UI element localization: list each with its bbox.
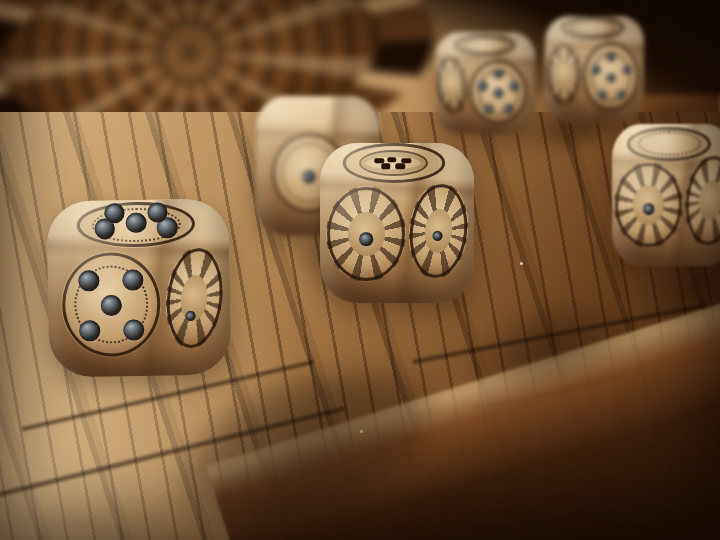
die-1-right-face — [161, 244, 228, 351]
die-5-left-face — [547, 44, 581, 105]
die-5[interactable] — [545, 16, 644, 122]
pip — [402, 158, 411, 164]
pip — [510, 82, 520, 92]
die-1[interactable] — [46, 198, 231, 377]
pip — [79, 320, 100, 341]
die-6-top-face — [627, 127, 712, 161]
pip — [100, 295, 121, 316]
pip — [504, 104, 514, 114]
pip — [387, 157, 396, 163]
die-1-top-face — [76, 201, 197, 249]
die-3-front-face — [326, 186, 406, 282]
pip — [591, 66, 600, 75]
dust-speck — [520, 262, 523, 265]
pip — [616, 90, 625, 99]
die-3-top-face — [342, 143, 447, 183]
die-3[interactable] — [320, 143, 474, 303]
pip — [478, 82, 488, 92]
pip — [494, 89, 504, 99]
die-6-right-face — [681, 153, 720, 249]
die-4-left-face — [434, 55, 469, 115]
die-3-right-face — [404, 180, 472, 282]
pip — [359, 232, 373, 246]
die-4-top-face — [454, 34, 515, 56]
die-6[interactable] — [612, 124, 720, 266]
pip — [643, 203, 655, 215]
pip — [123, 320, 144, 341]
pip — [185, 310, 196, 321]
pip — [607, 73, 616, 82]
pip — [381, 163, 390, 169]
pip — [622, 66, 631, 75]
die-4-front-face — [469, 60, 528, 125]
pip — [494, 69, 504, 79]
die-4[interactable] — [436, 32, 535, 134]
pip — [122, 269, 143, 290]
pip — [303, 171, 316, 184]
pip — [78, 270, 99, 291]
pip — [395, 163, 404, 169]
die-6-front-face — [614, 162, 682, 247]
pip — [126, 212, 147, 233]
pip — [597, 90, 606, 99]
pip — [104, 203, 125, 224]
die-5-top-face — [561, 16, 624, 39]
photo-dice-scene — [0, 0, 720, 540]
pip — [433, 230, 444, 241]
dust-speck — [360, 430, 363, 433]
pip — [484, 104, 494, 114]
die-5-front-face — [583, 41, 640, 111]
die-1-front-face — [60, 251, 162, 358]
pip — [607, 52, 616, 61]
